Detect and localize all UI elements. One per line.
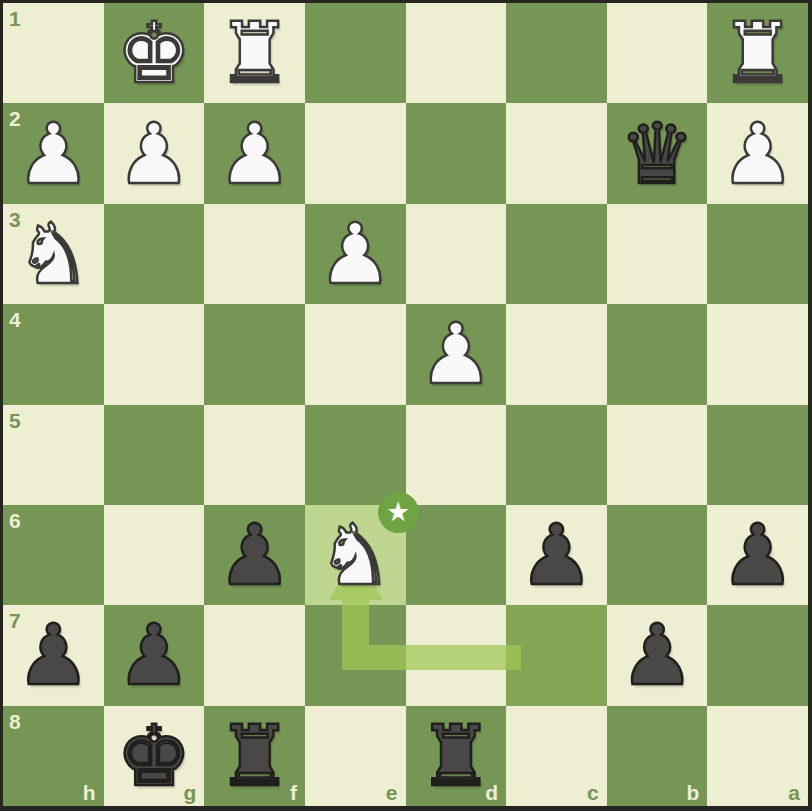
- square-b8[interactable]: b: [607, 706, 708, 806]
- square-c8[interactable]: c: [506, 706, 607, 806]
- file-label-a: a: [788, 782, 800, 803]
- rank-label-5: 5: [9, 410, 21, 431]
- piece-white-rook-f1[interactable]: ♜: [217, 11, 292, 95]
- piece-black-rook-f8[interactable]: ♜: [217, 714, 292, 798]
- piece-white-king-g1[interactable]: ♚: [116, 11, 191, 95]
- square-a2[interactable]: ♟: [707, 103, 808, 203]
- piece-black-pawn-h7[interactable]: ♟: [16, 613, 91, 697]
- piece-black-rook-d8[interactable]: ♜: [418, 714, 493, 798]
- square-h7[interactable]: 7♟: [3, 605, 104, 705]
- square-d6[interactable]: [406, 505, 507, 605]
- square-f8[interactable]: f♜: [204, 706, 305, 806]
- piece-black-pawn-g7[interactable]: ♟: [116, 613, 191, 697]
- square-b3[interactable]: [607, 204, 708, 304]
- star-icon: ★: [386, 498, 410, 525]
- square-c1[interactable]: [506, 3, 607, 103]
- piece-black-pawn-f6[interactable]: ♟: [217, 513, 292, 597]
- file-label-h: h: [83, 782, 96, 803]
- piece-black-pawn-c6[interactable]: ♟: [519, 513, 594, 597]
- square-b2[interactable]: ♛: [607, 103, 708, 203]
- square-c6[interactable]: ♟: [506, 505, 607, 605]
- square-f4[interactable]: [204, 304, 305, 404]
- piece-white-pawn-e3[interactable]: ♟: [318, 212, 393, 296]
- rank-label-8: 8: [9, 711, 21, 732]
- file-label-c: c: [587, 782, 599, 803]
- square-d3[interactable]: [406, 204, 507, 304]
- square-b6[interactable]: [607, 505, 708, 605]
- square-h3[interactable]: 3♞: [3, 204, 104, 304]
- square-d7[interactable]: [406, 605, 507, 705]
- square-g5[interactable]: [104, 405, 205, 505]
- square-e8[interactable]: e: [305, 706, 406, 806]
- square-a3[interactable]: [707, 204, 808, 304]
- square-d4[interactable]: ♟: [406, 304, 507, 404]
- square-g6[interactable]: [104, 505, 205, 605]
- piece-white-pawn-h2[interactable]: ♟: [16, 112, 91, 196]
- piece-black-queen-b2[interactable]: ♛: [619, 112, 694, 196]
- rank-label-6: 6: [9, 510, 21, 531]
- square-g8[interactable]: g♚: [104, 706, 205, 806]
- square-f7[interactable]: [204, 605, 305, 705]
- square-g2[interactable]: ♟: [104, 103, 205, 203]
- square-f2[interactable]: ♟: [204, 103, 305, 203]
- rank-label-4: 4: [9, 309, 21, 330]
- square-h8[interactable]: 8h: [3, 706, 104, 806]
- square-e1[interactable]: [305, 3, 406, 103]
- square-a1[interactable]: ♜: [707, 3, 808, 103]
- square-b4[interactable]: [607, 304, 708, 404]
- square-c4[interactable]: [506, 304, 607, 404]
- board-frame: 1♚♜♜2♟♟♟♛♟3♞♟4♟56♟♞★♟♟7♟♟♟8hg♚f♜ed♜cba: [0, 0, 812, 811]
- square-e4[interactable]: [305, 304, 406, 404]
- piece-black-pawn-b7[interactable]: ♟: [619, 613, 694, 697]
- piece-black-pawn-a6[interactable]: ♟: [720, 513, 795, 597]
- rank-label-1: 1: [9, 8, 21, 29]
- piece-white-knight-h3[interactable]: ♞: [16, 212, 91, 296]
- square-a6[interactable]: ♟: [707, 505, 808, 605]
- file-label-e: e: [386, 782, 398, 803]
- square-e2[interactable]: [305, 103, 406, 203]
- square-b7[interactable]: ♟: [607, 605, 708, 705]
- square-d8[interactable]: d♜: [406, 706, 507, 806]
- square-a4[interactable]: [707, 304, 808, 404]
- piece-white-pawn-g2[interactable]: ♟: [116, 112, 191, 196]
- piece-white-pawn-a2[interactable]: ♟: [720, 112, 795, 196]
- square-g7[interactable]: ♟: [104, 605, 205, 705]
- square-e3[interactable]: ♟: [305, 204, 406, 304]
- square-h4[interactable]: 4: [3, 304, 104, 404]
- square-h6[interactable]: 6: [3, 505, 104, 605]
- square-f1[interactable]: ♜: [204, 3, 305, 103]
- chess-board: 1♚♜♜2♟♟♟♛♟3♞♟4♟56♟♞★♟♟7♟♟♟8hg♚f♜ed♜cba: [3, 3, 808, 806]
- square-d5[interactable]: [406, 405, 507, 505]
- piece-white-pawn-f2[interactable]: ♟: [217, 112, 292, 196]
- square-a5[interactable]: [707, 405, 808, 505]
- square-h5[interactable]: 5: [3, 405, 104, 505]
- file-label-b: b: [687, 782, 700, 803]
- square-f6[interactable]: ♟: [204, 505, 305, 605]
- square-c2[interactable]: [506, 103, 607, 203]
- best-move-star-badge: ★: [378, 492, 419, 533]
- square-d2[interactable]: [406, 103, 507, 203]
- square-f5[interactable]: [204, 405, 305, 505]
- square-a8[interactable]: a: [707, 706, 808, 806]
- square-g1[interactable]: ♚: [104, 3, 205, 103]
- square-e6[interactable]: ♞★: [305, 505, 406, 605]
- square-e7[interactable]: [305, 605, 406, 705]
- square-a7[interactable]: [707, 605, 808, 705]
- piece-white-rook-a1[interactable]: ♜: [720, 11, 795, 95]
- square-b5[interactable]: [607, 405, 708, 505]
- square-e5[interactable]: [305, 405, 406, 505]
- square-f3[interactable]: [204, 204, 305, 304]
- piece-black-king-g8[interactable]: ♚: [116, 714, 191, 798]
- square-g4[interactable]: [104, 304, 205, 404]
- square-d1[interactable]: [406, 3, 507, 103]
- square-h2[interactable]: 2♟: [3, 103, 104, 203]
- square-c3[interactable]: [506, 204, 607, 304]
- square-h1[interactable]: 1: [3, 3, 104, 103]
- square-g3[interactable]: [104, 204, 205, 304]
- piece-white-pawn-d4[interactable]: ♟: [418, 312, 493, 396]
- square-b1[interactable]: [607, 3, 708, 103]
- square-c7[interactable]: [506, 605, 607, 705]
- square-c5[interactable]: [506, 405, 607, 505]
- piece-white-knight-e6[interactable]: ♞: [318, 513, 393, 597]
